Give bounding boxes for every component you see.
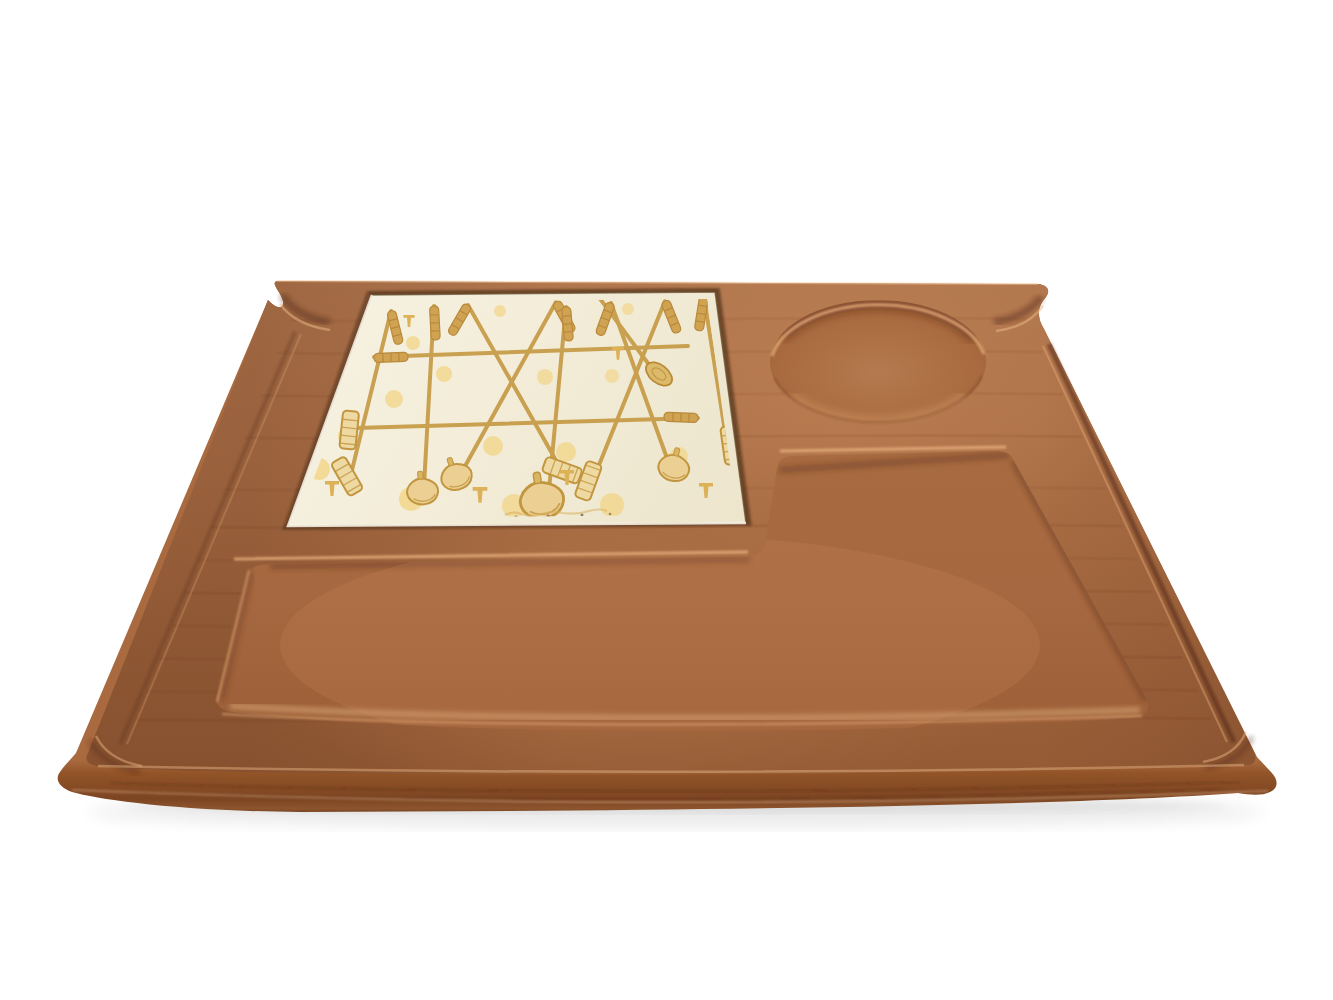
golf-ball xyxy=(483,436,503,456)
tray xyxy=(58,220,1277,812)
golf-ball xyxy=(600,493,624,517)
golf-ball xyxy=(494,305,506,317)
golf-ball xyxy=(385,390,403,408)
round-well xyxy=(770,300,986,424)
golf-ball xyxy=(436,366,452,382)
tray-photo xyxy=(0,0,1333,1000)
golf-ball xyxy=(605,369,619,383)
photo-canvas xyxy=(0,0,1333,1000)
golf-ball xyxy=(622,303,634,315)
golf-ball xyxy=(537,369,553,385)
golf-ball xyxy=(556,442,576,462)
golf-ball xyxy=(406,336,420,350)
